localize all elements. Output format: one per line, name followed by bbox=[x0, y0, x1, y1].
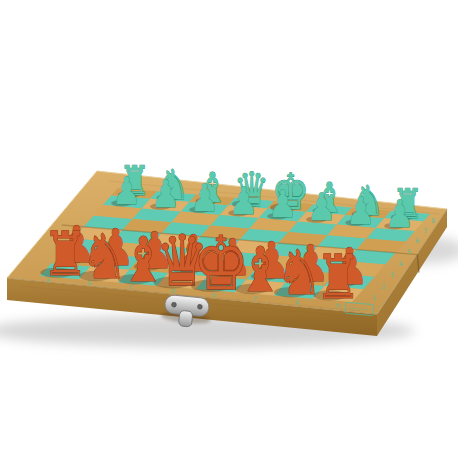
rank-label-6: 6 bbox=[416, 237, 420, 245]
clasp-screw-left bbox=[171, 302, 176, 307]
chess-photo-scene: abcdefgh12345678♜♞♝♛♚♝♞♜♟♟♟♟♟♟♟♟♟♟♟♟♟♟♟♟… bbox=[0, 0, 458, 458]
folding-chessboard: abcdefgh12345678♜♞♝♛♚♝♞♜♟♟♟♟♟♟♟♟♟♟♟♟♟♟♟♟… bbox=[0, 0, 458, 458]
piece-black-pawn-f7[interactable]: ♟ bbox=[307, 185, 336, 229]
rank-label-7: 7 bbox=[424, 227, 428, 235]
piece-black-pawn-h7[interactable]: ♟ bbox=[385, 191, 414, 235]
piece-black-pawn-g7[interactable]: ♟ bbox=[346, 188, 375, 232]
piece-black-pawn-b7[interactable]: ♟ bbox=[151, 172, 180, 216]
rank-label-1: 1 bbox=[373, 294, 377, 302]
piece-black-pawn-e7[interactable]: ♟ bbox=[268, 182, 297, 226]
piece-black-pawn-a7[interactable]: ♟ bbox=[112, 169, 141, 213]
rank-label-5: 5 bbox=[408, 248, 412, 256]
rank-label-2: 2 bbox=[382, 283, 386, 291]
piece-black-pawn-d7[interactable]: ♟ bbox=[229, 178, 258, 222]
clasp-latch bbox=[178, 310, 192, 327]
rank-label-4: 4 bbox=[399, 260, 403, 268]
piece-black-pawn-c7[interactable]: ♟ bbox=[190, 175, 219, 219]
rank-label-8: 8 bbox=[431, 217, 435, 225]
rank-label-3: 3 bbox=[390, 271, 394, 279]
piece-white-rook-h1[interactable]: ♜ bbox=[315, 241, 361, 311]
